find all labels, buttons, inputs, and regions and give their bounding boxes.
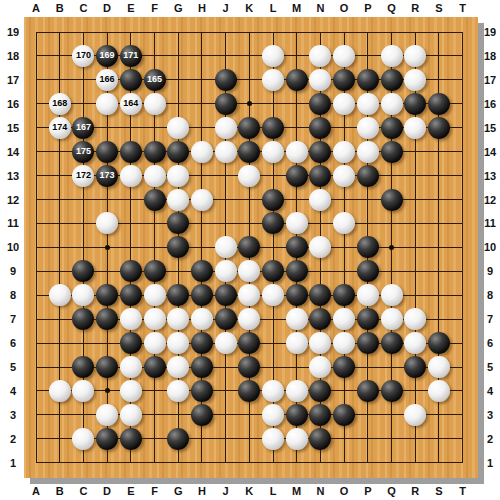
stone-white-K9[interactable] (238, 260, 260, 282)
row-label-18-right: 18 (480, 50, 500, 62)
stone-black-D8[interactable] (96, 284, 118, 306)
star-point (389, 245, 394, 250)
column-label-B-bottom: B (52, 485, 68, 497)
stone-black-K6[interactable] (238, 332, 260, 354)
stone-black-N16[interactable] (309, 93, 331, 115)
column-label-S-top: S (431, 2, 447, 14)
stone-black-E8[interactable] (120, 284, 142, 306)
stone-black-J16[interactable] (215, 93, 237, 115)
stone-white-J6[interactable] (215, 332, 237, 354)
column-label-N-top: N (312, 2, 328, 14)
stone-black-P9[interactable] (357, 260, 379, 282)
stone-black-O8[interactable] (333, 284, 355, 306)
stone-black-M13[interactable] (286, 165, 308, 187)
star-point (105, 388, 110, 393)
stone-black-D7[interactable] (96, 308, 118, 330)
move-number-label: 165 (147, 75, 162, 84)
stone-black-N2[interactable] (309, 428, 331, 450)
stone-black-C9[interactable] (72, 260, 94, 282)
move-number-label: 168 (52, 99, 67, 108)
stone-white-O18[interactable] (333, 45, 355, 67)
stone-black-P6[interactable] (357, 332, 379, 354)
stone-black-F5[interactable] (144, 356, 166, 378)
stone-black-L11[interactable] (262, 212, 284, 234)
stone-black-J7[interactable] (215, 308, 237, 330)
column-label-H-bottom: H (194, 485, 210, 497)
stone-black-N8[interactable] (309, 284, 331, 306)
stone-white-D16[interactable] (96, 93, 118, 115)
stone-white-G4[interactable] (167, 380, 189, 402)
row-label-9-right: 9 (480, 265, 500, 277)
row-label-14-left: 14 (3, 146, 23, 158)
stone-black-S15[interactable] (428, 117, 450, 139)
stone-black-K10[interactable] (238, 236, 260, 258)
stone-black-N3[interactable] (309, 404, 331, 426)
column-label-L-top: L (265, 2, 281, 14)
stone-black-J17[interactable] (215, 69, 237, 91)
column-label-D-top: D (99, 2, 115, 14)
stone-black-E6[interactable] (120, 332, 142, 354)
stone-white-J14[interactable] (215, 141, 237, 163)
stone-black-F17[interactable]: 165 (144, 69, 166, 91)
stone-black-F12[interactable] (144, 189, 166, 211)
stone-white-C4[interactable] (72, 380, 94, 402)
stone-white-M2[interactable] (286, 428, 308, 450)
stone-black-H3[interactable] (191, 404, 213, 426)
stone-white-Q16[interactable] (381, 93, 403, 115)
stone-black-N13[interactable] (309, 165, 331, 187)
row-label-4-right: 4 (480, 385, 500, 397)
row-label-6-left: 6 (3, 337, 23, 349)
stone-black-Q17[interactable] (381, 69, 403, 91)
column-label-P-bottom: P (360, 485, 376, 497)
stone-black-Q4[interactable] (381, 380, 403, 402)
move-number-label: 169 (100, 51, 115, 60)
row-label-9-left: 9 (3, 265, 23, 277)
row-label-15-left: 15 (3, 122, 23, 134)
row-label-15-right: 15 (480, 122, 500, 134)
stone-black-N15[interactable] (309, 117, 331, 139)
stone-black-M9[interactable] (286, 260, 308, 282)
row-label-18-left: 18 (3, 50, 23, 62)
stone-white-L4[interactable] (262, 380, 284, 402)
stone-white-E4[interactable] (120, 380, 142, 402)
row-label-8-right: 8 (480, 289, 500, 301)
move-number-label: 167 (76, 123, 91, 132)
stone-white-E5[interactable] (120, 356, 142, 378)
stone-white-S4[interactable] (428, 380, 450, 402)
stone-white-G5[interactable] (167, 356, 189, 378)
stone-black-K4[interactable] (238, 380, 260, 402)
column-label-M-top: M (289, 2, 305, 14)
stone-white-F8[interactable] (144, 284, 166, 306)
row-label-1-left: 1 (3, 457, 23, 469)
stone-black-D2[interactable] (96, 428, 118, 450)
row-label-2-right: 2 (480, 433, 500, 445)
stone-white-Q18[interactable] (381, 45, 403, 67)
stone-black-M8[interactable] (286, 284, 308, 306)
stone-black-G11[interactable] (167, 212, 189, 234)
stone-white-L3[interactable] (262, 404, 284, 426)
stone-black-P7[interactable] (357, 308, 379, 330)
stone-black-G2[interactable] (167, 428, 189, 450)
stone-black-H8[interactable] (191, 284, 213, 306)
column-label-G-top: G (170, 2, 186, 14)
stone-white-O6[interactable] (333, 332, 355, 354)
stone-white-R6[interactable] (404, 332, 426, 354)
stone-black-N14[interactable] (309, 141, 331, 163)
stone-white-J9[interactable] (215, 260, 237, 282)
stone-black-N7[interactable] (309, 308, 331, 330)
stone-black-F9[interactable] (144, 260, 166, 282)
stone-white-G15[interactable] (167, 117, 189, 139)
go-board[interactable]: 170169171166165168164174167175172173 (24, 17, 478, 478)
column-label-O-bottom: O (336, 485, 352, 497)
stone-white-L17[interactable] (262, 69, 284, 91)
row-label-12-right: 12 (480, 194, 500, 206)
stone-white-G7[interactable] (167, 308, 189, 330)
star-point (247, 101, 252, 106)
stone-black-D18[interactable]: 169 (96, 45, 118, 67)
stone-white-E16[interactable]: 164 (120, 93, 142, 115)
move-number-label: 170 (76, 51, 91, 60)
stone-black-C5[interactable] (72, 356, 94, 378)
stone-white-R17[interactable] (404, 69, 426, 91)
stone-black-Q6[interactable] (381, 332, 403, 354)
stone-black-N4[interactable] (309, 380, 331, 402)
row-label-17-left: 17 (3, 74, 23, 86)
stone-black-P17[interactable] (357, 69, 379, 91)
stone-white-N6[interactable] (309, 332, 331, 354)
column-label-E-bottom: E (123, 485, 139, 497)
column-label-J-bottom: J (218, 485, 234, 497)
stone-white-F6[interactable] (144, 332, 166, 354)
column-label-C-bottom: C (75, 485, 91, 497)
row-label-7-right: 7 (480, 313, 500, 325)
row-label-3-right: 3 (480, 409, 500, 421)
row-label-13-right: 13 (480, 170, 500, 182)
stone-white-G6[interactable] (167, 332, 189, 354)
stone-black-E17[interactable] (120, 69, 142, 91)
stone-white-P16[interactable] (357, 93, 379, 115)
stone-white-O11[interactable] (333, 212, 355, 234)
stone-black-E2[interactable] (120, 428, 142, 450)
stone-white-B16[interactable]: 168 (49, 93, 71, 115)
stone-white-M6[interactable] (286, 332, 308, 354)
stone-white-N5[interactable] (309, 356, 331, 378)
stone-black-H6[interactable] (191, 332, 213, 354)
column-label-G-bottom: G (170, 485, 186, 497)
grid-line-vertical (462, 32, 463, 464)
stone-black-M17[interactable] (286, 69, 308, 91)
row-label-5-left: 5 (3, 361, 23, 373)
stone-black-P13[interactable] (357, 165, 379, 187)
stone-white-R3[interactable] (404, 404, 426, 426)
move-number-label: 166 (100, 75, 115, 84)
stone-white-M7[interactable] (286, 308, 308, 330)
stone-white-H14[interactable] (191, 141, 213, 163)
stone-white-E3[interactable] (120, 404, 142, 426)
move-number-label: 173 (100, 171, 115, 180)
stone-black-O3[interactable] (333, 404, 355, 426)
column-label-P-top: P (360, 2, 376, 14)
stone-white-E13[interactable] (120, 165, 142, 187)
stone-white-O13[interactable] (333, 165, 355, 187)
column-label-Q-bottom: Q (384, 485, 400, 497)
column-label-L-bottom: L (265, 485, 281, 497)
stone-black-G10[interactable] (167, 236, 189, 258)
stone-white-M4[interactable] (286, 380, 308, 402)
stone-black-M3[interactable] (286, 404, 308, 426)
column-label-N-bottom: N (312, 485, 328, 497)
stone-white-E7[interactable] (120, 308, 142, 330)
move-number-label: 172 (76, 171, 91, 180)
stone-white-K7[interactable] (238, 308, 260, 330)
column-label-O-top: O (336, 2, 352, 14)
stone-white-R18[interactable] (404, 45, 426, 67)
stone-black-P4[interactable] (357, 380, 379, 402)
column-label-E-top: E (123, 2, 139, 14)
column-label-M-bottom: M (289, 485, 305, 497)
move-number-label: 174 (52, 123, 67, 132)
star-point (105, 245, 110, 250)
stone-white-J10[interactable] (215, 236, 237, 258)
stone-black-Q12[interactable] (381, 189, 403, 211)
stone-white-L14[interactable] (262, 141, 284, 163)
stone-white-Q8[interactable] (381, 284, 403, 306)
move-number-label: 164 (123, 99, 138, 108)
stone-white-P8[interactable] (357, 284, 379, 306)
column-label-H-top: H (194, 2, 210, 14)
stone-white-H7[interactable] (191, 308, 213, 330)
stone-white-F7[interactable] (144, 308, 166, 330)
stone-black-K15[interactable] (238, 117, 260, 139)
row-label-1-right: 1 (480, 457, 500, 469)
move-number-label: 171 (123, 51, 138, 60)
row-label-16-right: 16 (480, 98, 500, 110)
stone-black-D14[interactable] (96, 141, 118, 163)
column-label-A-top: A (28, 2, 44, 14)
column-label-B-top: B (52, 2, 68, 14)
row-label-3-left: 3 (3, 409, 23, 421)
row-label-7-left: 7 (3, 313, 23, 325)
row-label-11-right: 11 (480, 217, 500, 229)
row-label-19-left: 19 (3, 26, 23, 38)
stone-black-Q14[interactable] (381, 141, 403, 163)
stone-white-O16[interactable] (333, 93, 355, 115)
row-label-17-right: 17 (480, 74, 500, 86)
stone-black-C7[interactable] (72, 308, 94, 330)
stone-black-E9[interactable] (120, 260, 142, 282)
stone-black-K14[interactable] (238, 141, 260, 163)
stone-white-B15[interactable]: 174 (49, 117, 71, 139)
column-label-F-bottom: F (147, 485, 163, 497)
column-label-R-bottom: R (407, 485, 423, 497)
row-label-16-left: 16 (3, 98, 23, 110)
stone-black-O17[interactable] (333, 69, 355, 91)
stone-white-D11[interactable] (96, 212, 118, 234)
column-label-R-top: R (407, 2, 423, 14)
row-label-14-right: 14 (480, 146, 500, 158)
column-label-K-top: K (241, 2, 257, 14)
stone-white-J15[interactable] (215, 117, 237, 139)
column-label-T-bottom: T (455, 485, 471, 497)
stone-black-Q15[interactable] (381, 117, 403, 139)
stone-black-E14[interactable] (120, 141, 142, 163)
row-label-4-left: 4 (3, 385, 23, 397)
grid-line-horizontal (36, 462, 464, 463)
stone-black-O5[interactable] (333, 356, 355, 378)
stone-black-F14[interactable] (144, 141, 166, 163)
stone-white-S5[interactable] (428, 356, 450, 378)
column-label-S-bottom: S (431, 485, 447, 497)
stone-white-P15[interactable] (357, 117, 379, 139)
column-label-F-top: F (147, 2, 163, 14)
stone-black-D5[interactable] (96, 356, 118, 378)
stone-black-L12[interactable] (262, 189, 284, 211)
stone-black-E18[interactable]: 171 (120, 45, 142, 67)
stone-white-M11[interactable] (286, 212, 308, 234)
stone-white-P14[interactable] (357, 141, 379, 163)
stone-white-L18[interactable] (262, 45, 284, 67)
stone-white-M14[interactable] (286, 141, 308, 163)
stone-black-C14[interactable]: 175 (72, 141, 94, 163)
row-label-2-left: 2 (3, 433, 23, 445)
stone-white-F16[interactable] (144, 93, 166, 115)
stone-white-L8[interactable] (262, 284, 284, 306)
stone-white-B4[interactable] (49, 380, 71, 402)
stone-black-C15[interactable]: 167 (72, 117, 94, 139)
stone-black-L9[interactable] (262, 260, 284, 282)
stone-black-H9[interactable] (191, 260, 213, 282)
stone-white-C2[interactable] (72, 428, 94, 450)
stone-white-N10[interactable] (309, 236, 331, 258)
row-label-11-left: 11 (3, 217, 23, 229)
stone-white-R7[interactable] (404, 308, 426, 330)
row-label-8-left: 8 (3, 289, 23, 301)
stone-black-H5[interactable] (191, 356, 213, 378)
stone-black-J8[interactable] (215, 284, 237, 306)
stone-black-G14[interactable] (167, 141, 189, 163)
stone-black-P10[interactable] (357, 236, 379, 258)
row-label-19-right: 19 (480, 26, 500, 38)
column-label-T-top: T (455, 2, 471, 14)
stone-black-L15[interactable] (262, 117, 284, 139)
stone-black-G8[interactable] (167, 284, 189, 306)
stone-white-G12[interactable] (167, 189, 189, 211)
row-label-10-left: 10 (3, 241, 23, 253)
column-label-C-top: C (75, 2, 91, 14)
row-label-12-left: 12 (3, 194, 23, 206)
stone-white-N17[interactable] (309, 69, 331, 91)
stone-white-H12[interactable] (191, 189, 213, 211)
column-label-D-bottom: D (99, 485, 115, 497)
stone-white-L2[interactable] (262, 428, 284, 450)
stone-white-G13[interactable] (167, 165, 189, 187)
stone-black-S6[interactable] (428, 332, 450, 354)
row-label-6-right: 6 (480, 337, 500, 349)
stone-white-B8[interactable] (49, 284, 71, 306)
column-label-A-bottom: A (28, 485, 44, 497)
stone-black-R5[interactable] (404, 356, 426, 378)
stone-white-C8[interactable] (72, 284, 94, 306)
stone-black-R16[interactable] (404, 93, 426, 115)
stone-black-S16[interactable] (428, 93, 450, 115)
stone-white-O14[interactable] (333, 141, 355, 163)
stone-black-K5[interactable] (238, 356, 260, 378)
stone-white-O7[interactable] (333, 308, 355, 330)
stone-white-K8[interactable] (238, 284, 260, 306)
stone-white-K13[interactable] (238, 165, 260, 187)
stone-white-D3[interactable] (96, 404, 118, 426)
column-label-Q-top: Q (384, 2, 400, 14)
stone-white-F13[interactable] (144, 165, 166, 187)
column-label-K-bottom: K (241, 485, 257, 497)
stone-white-C18[interactable]: 170 (72, 45, 94, 67)
stone-black-H4[interactable] (191, 380, 213, 402)
move-number-label: 175 (76, 147, 91, 156)
stone-white-N12[interactable] (309, 189, 331, 211)
stone-white-R15[interactable] (404, 117, 426, 139)
stone-white-N18[interactable] (309, 45, 331, 67)
go-game-record-screen: 170169171166165168164174167175172173 ABC… (0, 0, 500, 500)
stone-white-D17[interactable]: 166 (96, 69, 118, 91)
row-label-5-right: 5 (480, 361, 500, 373)
stone-black-D13[interactable]: 173 (96, 165, 118, 187)
stone-white-C13[interactable]: 172 (72, 165, 94, 187)
column-label-J-top: J (218, 2, 234, 14)
row-label-10-right: 10 (480, 241, 500, 253)
row-label-13-left: 13 (3, 170, 23, 182)
stone-white-Q7[interactable] (381, 308, 403, 330)
stone-black-M10[interactable] (286, 236, 308, 258)
